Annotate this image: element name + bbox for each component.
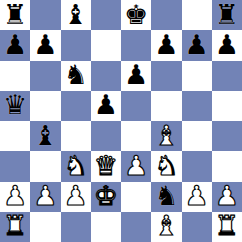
square-d6[interactable]	[91, 61, 121, 91]
square-b4[interactable]: ♝	[30, 121, 60, 151]
square-b2[interactable]: ♟	[30, 182, 60, 212]
square-e3[interactable]: ♟	[121, 151, 151, 181]
piece-white-pawn[interactable]: ♟	[33, 182, 57, 209]
square-d7[interactable]	[91, 30, 121, 60]
piece-white-king[interactable]: ♚	[94, 182, 118, 209]
piece-white-knight[interactable]: ♞	[64, 152, 88, 179]
piece-white-pawn[interactable]: ♟	[215, 182, 239, 209]
square-d8[interactable]	[91, 0, 121, 30]
square-h4[interactable]	[212, 121, 242, 151]
square-f2[interactable]: ♞	[151, 182, 181, 212]
piece-black-queen[interactable]: ♛	[3, 91, 27, 118]
square-a2[interactable]: ♟	[0, 182, 30, 212]
piece-white-pawn[interactable]: ♟	[185, 182, 209, 209]
piece-black-pawn[interactable]: ♟	[185, 31, 209, 58]
square-e8[interactable]: ♚	[121, 0, 151, 30]
square-d4[interactable]	[91, 121, 121, 151]
square-a4[interactable]	[0, 121, 30, 151]
square-a3[interactable]	[0, 151, 30, 181]
square-b1[interactable]	[30, 212, 60, 242]
square-c4[interactable]	[61, 121, 91, 151]
square-c1[interactable]	[61, 212, 91, 242]
piece-black-pawn[interactable]: ♟	[3, 31, 27, 58]
square-a8[interactable]: ♜	[0, 0, 30, 30]
square-f5[interactable]	[151, 91, 181, 121]
square-f8[interactable]	[151, 0, 181, 30]
square-f7[interactable]: ♟	[151, 30, 181, 60]
square-g6[interactable]	[182, 61, 212, 91]
square-e4[interactable]	[121, 121, 151, 151]
piece-black-king[interactable]: ♚	[124, 1, 148, 28]
piece-black-pawn[interactable]: ♟	[215, 31, 239, 58]
square-d2[interactable]: ♚	[91, 182, 121, 212]
square-g7[interactable]: ♟	[182, 30, 212, 60]
square-a6[interactable]	[0, 61, 30, 91]
square-h8[interactable]: ♜	[212, 0, 242, 30]
square-c6[interactable]: ♞	[61, 61, 91, 91]
square-f6[interactable]	[151, 61, 181, 91]
square-f3[interactable]: ♞	[151, 151, 181, 181]
square-e6[interactable]: ♟	[121, 61, 151, 91]
piece-white-knight[interactable]: ♞	[154, 152, 178, 179]
piece-black-bishop[interactable]: ♝	[64, 1, 88, 28]
piece-white-pawn[interactable]: ♟	[3, 182, 27, 209]
chess-board: ♜♝♚♜♟♟♟♟♟♞♟♛♟♝♝♞♛♟♞♟♟♟♚♞♟♟♜♝♜	[0, 0, 242, 242]
piece-white-queen[interactable]: ♛	[94, 152, 118, 179]
square-g3[interactable]	[182, 151, 212, 181]
piece-white-bishop[interactable]: ♝	[154, 212, 178, 239]
piece-black-knight[interactable]: ♞	[64, 61, 88, 88]
piece-white-rook[interactable]: ♜	[3, 212, 27, 239]
square-g5[interactable]	[182, 91, 212, 121]
square-d1[interactable]	[91, 212, 121, 242]
piece-black-rook[interactable]: ♜	[215, 1, 239, 28]
square-a1[interactable]: ♜	[0, 212, 30, 242]
square-f4[interactable]: ♝	[151, 121, 181, 151]
piece-black-rook[interactable]: ♜	[3, 1, 27, 28]
square-h1[interactable]: ♜	[212, 212, 242, 242]
square-a5[interactable]: ♛	[0, 91, 30, 121]
square-c5[interactable]	[61, 91, 91, 121]
square-b6[interactable]	[30, 61, 60, 91]
square-d3[interactable]: ♛	[91, 151, 121, 181]
piece-white-bishop[interactable]: ♝	[154, 122, 178, 149]
piece-black-pawn[interactable]: ♟	[154, 31, 178, 58]
square-g8[interactable]	[182, 0, 212, 30]
square-h6[interactable]	[212, 61, 242, 91]
chess-board-container: ♜♝♚♜♟♟♟♟♟♞♟♛♟♝♝♞♛♟♞♟♟♟♚♞♟♟♜♝♜	[0, 0, 242, 242]
square-g2[interactable]: ♟	[182, 182, 212, 212]
square-e5[interactable]	[121, 91, 151, 121]
square-d5[interactable]: ♟	[91, 91, 121, 121]
piece-white-pawn[interactable]: ♟	[64, 182, 88, 209]
square-g4[interactable]	[182, 121, 212, 151]
piece-white-pawn[interactable]: ♟	[124, 152, 148, 179]
square-e2[interactable]	[121, 182, 151, 212]
square-c2[interactable]: ♟	[61, 182, 91, 212]
piece-black-pawn[interactable]: ♟	[124, 61, 148, 88]
piece-black-bishop[interactable]: ♝	[33, 122, 57, 149]
square-e1[interactable]	[121, 212, 151, 242]
piece-black-pawn[interactable]: ♟	[94, 91, 118, 118]
square-h5[interactable]	[212, 91, 242, 121]
square-b8[interactable]	[30, 0, 60, 30]
piece-white-rook[interactable]: ♜	[215, 212, 239, 239]
square-b5[interactable]	[30, 91, 60, 121]
square-f1[interactable]: ♝	[151, 212, 181, 242]
square-c8[interactable]: ♝	[61, 0, 91, 30]
square-c3[interactable]: ♞	[61, 151, 91, 181]
square-c7[interactable]	[61, 30, 91, 60]
square-b7[interactable]: ♟	[30, 30, 60, 60]
square-h3[interactable]	[212, 151, 242, 181]
piece-black-pawn[interactable]: ♟	[33, 31, 57, 58]
square-a7[interactable]: ♟	[0, 30, 30, 60]
piece-black-knight[interactable]: ♞	[154, 182, 178, 209]
square-e7[interactable]	[121, 30, 151, 60]
square-b3[interactable]	[30, 151, 60, 181]
square-g1[interactable]	[182, 212, 212, 242]
square-h7[interactable]: ♟	[212, 30, 242, 60]
square-h2[interactable]: ♟	[212, 182, 242, 212]
